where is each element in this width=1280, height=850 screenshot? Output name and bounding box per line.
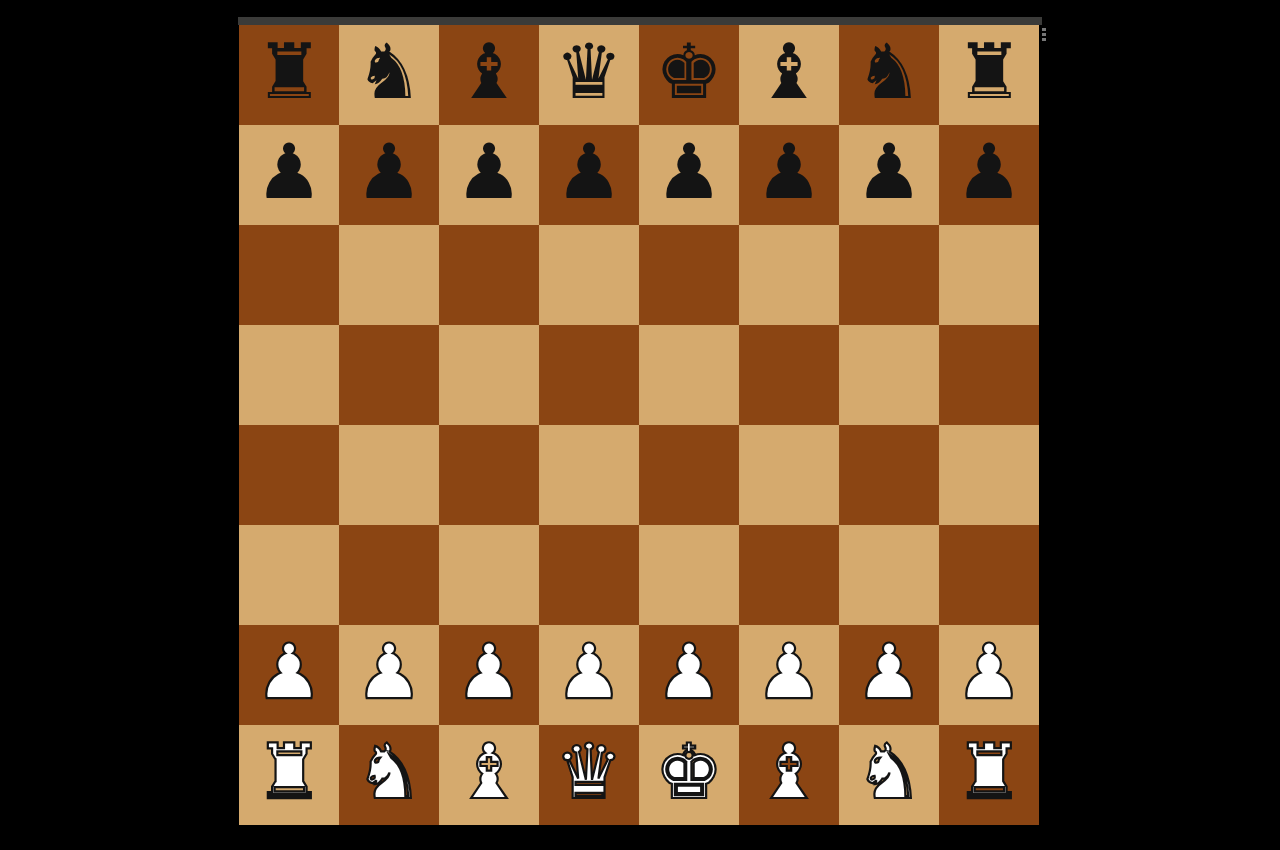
square-b2[interactable]: ♟ xyxy=(339,625,439,725)
square-e7[interactable]: ♟ xyxy=(639,125,739,225)
piece-white-king[interactable]: ♚ xyxy=(655,725,723,822)
scrollbar-dash xyxy=(1042,28,1046,31)
square-d4[interactable] xyxy=(539,425,639,525)
piece-black-knight[interactable]: ♞ xyxy=(855,25,923,122)
square-h7[interactable]: ♟ xyxy=(939,125,1039,225)
square-a2[interactable]: ♟ xyxy=(239,625,339,725)
square-e1[interactable]: ♚ xyxy=(639,725,739,825)
piece-black-king[interactable]: ♚ xyxy=(655,25,723,122)
piece-white-pawn[interactable]: ♟ xyxy=(355,625,423,722)
square-e2[interactable]: ♟ xyxy=(639,625,739,725)
square-d8[interactable]: ♛ xyxy=(539,25,639,125)
board-top-border xyxy=(238,17,1042,25)
square-b1[interactable]: ♞ xyxy=(339,725,439,825)
square-f5[interactable] xyxy=(739,325,839,425)
square-g7[interactable]: ♟ xyxy=(839,125,939,225)
piece-white-rook[interactable]: ♜ xyxy=(955,725,1023,822)
piece-white-pawn[interactable]: ♟ xyxy=(555,625,623,722)
square-g5[interactable] xyxy=(839,325,939,425)
square-h2[interactable]: ♟ xyxy=(939,625,1039,725)
piece-black-pawn[interactable]: ♟ xyxy=(855,125,923,222)
piece-black-pawn[interactable]: ♟ xyxy=(555,125,623,222)
square-h3[interactable] xyxy=(939,525,1039,625)
square-a7[interactable]: ♟ xyxy=(239,125,339,225)
piece-white-bishop[interactable]: ♝ xyxy=(755,725,823,822)
square-f6[interactable] xyxy=(739,225,839,325)
square-h6[interactable] xyxy=(939,225,1039,325)
square-h1[interactable]: ♜ xyxy=(939,725,1039,825)
square-c7[interactable]: ♟ xyxy=(439,125,539,225)
square-g1[interactable]: ♞ xyxy=(839,725,939,825)
piece-black-rook[interactable]: ♜ xyxy=(255,25,323,122)
square-g4[interactable] xyxy=(839,425,939,525)
square-b8[interactable]: ♞ xyxy=(339,25,439,125)
square-c4[interactable] xyxy=(439,425,539,525)
piece-black-pawn[interactable]: ♟ xyxy=(955,125,1023,222)
square-c6[interactable] xyxy=(439,225,539,325)
square-b6[interactable] xyxy=(339,225,439,325)
square-a8[interactable]: ♜ xyxy=(239,25,339,125)
piece-black-pawn[interactable]: ♟ xyxy=(255,125,323,222)
square-d6[interactable] xyxy=(539,225,639,325)
square-d1[interactable]: ♛ xyxy=(539,725,639,825)
square-e3[interactable] xyxy=(639,525,739,625)
square-f2[interactable]: ♟ xyxy=(739,625,839,725)
scrollbar-dash xyxy=(1042,38,1046,41)
piece-white-queen[interactable]: ♛ xyxy=(555,725,623,822)
square-g8[interactable]: ♞ xyxy=(839,25,939,125)
square-f7[interactable]: ♟ xyxy=(739,125,839,225)
piece-black-rook[interactable]: ♜ xyxy=(955,25,1023,122)
piece-black-pawn[interactable]: ♟ xyxy=(755,125,823,222)
piece-white-bishop[interactable]: ♝ xyxy=(455,725,523,822)
chess-board: ♜♞♝♛♚♝♞♜♟♟♟♟♟♟♟♟♟♟♟♟♟♟♟♟♜♞♝♛♚♝♞♜ xyxy=(239,25,1039,825)
piece-white-pawn[interactable]: ♟ xyxy=(455,625,523,722)
square-a6[interactable] xyxy=(239,225,339,325)
square-c3[interactable] xyxy=(439,525,539,625)
square-d5[interactable] xyxy=(539,325,639,425)
square-e5[interactable] xyxy=(639,325,739,425)
square-f4[interactable] xyxy=(739,425,839,525)
piece-white-pawn[interactable]: ♟ xyxy=(855,625,923,722)
square-h8[interactable]: ♜ xyxy=(939,25,1039,125)
piece-white-rook[interactable]: ♜ xyxy=(255,725,323,822)
screen-background: ♜♞♝♛♚♝♞♜♟♟♟♟♟♟♟♟♟♟♟♟♟♟♟♟♜♞♝♛♚♝♞♜ xyxy=(0,0,1280,850)
square-g3[interactable] xyxy=(839,525,939,625)
square-e4[interactable] xyxy=(639,425,739,525)
square-a1[interactable]: ♜ xyxy=(239,725,339,825)
scrollbar-thumb[interactable] xyxy=(1042,28,1046,41)
square-b4[interactable] xyxy=(339,425,439,525)
square-c1[interactable]: ♝ xyxy=(439,725,539,825)
piece-black-pawn[interactable]: ♟ xyxy=(355,125,423,222)
square-a3[interactable] xyxy=(239,525,339,625)
square-a5[interactable] xyxy=(239,325,339,425)
square-a4[interactable] xyxy=(239,425,339,525)
piece-white-knight[interactable]: ♞ xyxy=(855,725,923,822)
square-c2[interactable]: ♟ xyxy=(439,625,539,725)
piece-white-pawn[interactable]: ♟ xyxy=(955,625,1023,722)
piece-white-pawn[interactable]: ♟ xyxy=(655,625,723,722)
piece-black-bishop[interactable]: ♝ xyxy=(755,25,823,122)
square-e6[interactable] xyxy=(639,225,739,325)
piece-black-bishop[interactable]: ♝ xyxy=(455,25,523,122)
piece-white-pawn[interactable]: ♟ xyxy=(755,625,823,722)
square-d3[interactable] xyxy=(539,525,639,625)
piece-white-knight[interactable]: ♞ xyxy=(355,725,423,822)
square-h5[interactable] xyxy=(939,325,1039,425)
square-d2[interactable]: ♟ xyxy=(539,625,639,725)
square-f1[interactable]: ♝ xyxy=(739,725,839,825)
square-f8[interactable]: ♝ xyxy=(739,25,839,125)
square-d7[interactable]: ♟ xyxy=(539,125,639,225)
piece-black-pawn[interactable]: ♟ xyxy=(655,125,723,222)
square-c5[interactable] xyxy=(439,325,539,425)
piece-white-pawn[interactable]: ♟ xyxy=(255,625,323,722)
square-e8[interactable]: ♚ xyxy=(639,25,739,125)
square-b7[interactable]: ♟ xyxy=(339,125,439,225)
square-h4[interactable] xyxy=(939,425,1039,525)
square-g2[interactable]: ♟ xyxy=(839,625,939,725)
square-g6[interactable] xyxy=(839,225,939,325)
square-b3[interactable] xyxy=(339,525,439,625)
piece-black-queen[interactable]: ♛ xyxy=(555,25,623,122)
piece-black-knight[interactable]: ♞ xyxy=(355,25,423,122)
scrollbar-dash xyxy=(1042,33,1046,36)
square-b5[interactable] xyxy=(339,325,439,425)
square-f3[interactable] xyxy=(739,525,839,625)
square-c8[interactable]: ♝ xyxy=(439,25,539,125)
piece-black-pawn[interactable]: ♟ xyxy=(455,125,523,222)
